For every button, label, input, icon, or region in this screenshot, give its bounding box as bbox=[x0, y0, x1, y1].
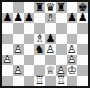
square-a6[interactable] bbox=[2, 23, 13, 34]
chess-board: ♜♛♜♚♟♟♟♝♗♟♟♝♗♟♟♙♞♟♙♟♙♟♙♟♙♟♙♛♕♟♙♚♔♜♖♜♖ bbox=[0, 0, 90, 88]
square-b4[interactable]: ♟♙ bbox=[13, 44, 24, 55]
black-pawn-icon: ♟ bbox=[2, 13, 13, 24]
white-piece-fill: ♝ bbox=[34, 34, 45, 45]
square-h4[interactable] bbox=[77, 44, 88, 55]
square-c8[interactable] bbox=[24, 2, 35, 13]
white-piece-fill: ♟ bbox=[13, 44, 24, 55]
square-e7[interactable]: ♝♗ bbox=[45, 13, 56, 24]
square-e3[interactable] bbox=[45, 55, 56, 66]
square-c2[interactable] bbox=[24, 65, 35, 76]
white-pawn-icon: ♙ bbox=[56, 65, 67, 76]
square-g1[interactable] bbox=[67, 76, 78, 87]
black-rook-icon: ♜ bbox=[34, 2, 45, 13]
square-b8[interactable] bbox=[13, 2, 24, 13]
square-h3[interactable] bbox=[77, 55, 88, 66]
white-pawn-icon: ♙ bbox=[13, 65, 24, 76]
square-g6[interactable] bbox=[67, 23, 78, 34]
square-g5[interactable] bbox=[67, 34, 78, 45]
white-piece-fill: ♜ bbox=[34, 76, 45, 87]
square-e6[interactable] bbox=[45, 23, 56, 34]
square-g4[interactable]: ♟♙ bbox=[67, 44, 78, 55]
square-h7[interactable]: ♟ bbox=[77, 13, 88, 24]
square-c4[interactable] bbox=[24, 44, 35, 55]
white-piece-fill: ♟ bbox=[45, 44, 56, 55]
square-h8[interactable]: ♚ bbox=[77, 2, 88, 13]
white-piece-fill: ♝ bbox=[45, 13, 56, 24]
square-g8[interactable] bbox=[67, 2, 78, 13]
square-b3[interactable] bbox=[13, 55, 24, 66]
square-a4[interactable] bbox=[2, 44, 13, 55]
white-piece-fill: ♚ bbox=[67, 65, 78, 76]
white-pawn-icon: ♙ bbox=[67, 55, 78, 66]
square-a3[interactable]: ♟♙ bbox=[2, 55, 13, 66]
square-d1[interactable]: ♜♖ bbox=[34, 76, 45, 87]
square-h6[interactable] bbox=[77, 23, 88, 34]
square-c3[interactable] bbox=[24, 55, 35, 66]
square-a5[interactable] bbox=[2, 34, 13, 45]
square-g3[interactable]: ♟♙ bbox=[67, 55, 78, 66]
black-pawn-icon: ♟ bbox=[67, 13, 78, 24]
square-d8[interactable]: ♜ bbox=[34, 2, 45, 13]
white-pawn-icon: ♙ bbox=[2, 55, 13, 66]
square-f6[interactable] bbox=[56, 23, 67, 34]
square-f2[interactable]: ♟♙ bbox=[56, 65, 67, 76]
white-bishop-icon: ♗ bbox=[34, 34, 45, 45]
square-c1[interactable] bbox=[24, 76, 35, 87]
square-e5[interactable]: ♟ bbox=[45, 34, 56, 45]
square-f5[interactable] bbox=[56, 34, 67, 45]
square-b7[interactable]: ♟ bbox=[13, 13, 24, 24]
square-f1[interactable]: ♜♖ bbox=[56, 76, 67, 87]
black-pawn-icon: ♟ bbox=[13, 13, 24, 24]
square-b1[interactable] bbox=[13, 76, 24, 87]
black-pawn-icon: ♟ bbox=[24, 13, 35, 24]
white-rook-icon: ♖ bbox=[56, 76, 67, 87]
square-b6[interactable] bbox=[13, 23, 24, 34]
square-f8[interactable]: ♜ bbox=[56, 2, 67, 13]
square-e2[interactable]: ♛♕ bbox=[45, 65, 56, 76]
square-c7[interactable]: ♟ bbox=[24, 13, 35, 24]
square-c6[interactable] bbox=[24, 23, 35, 34]
square-a1[interactable] bbox=[2, 76, 13, 87]
square-a7[interactable]: ♟ bbox=[2, 13, 13, 24]
square-f4[interactable] bbox=[56, 44, 67, 55]
square-f7[interactable] bbox=[56, 13, 67, 24]
black-pawn-icon: ♟ bbox=[45, 34, 56, 45]
square-h5[interactable] bbox=[77, 34, 88, 45]
square-b5[interactable] bbox=[13, 34, 24, 45]
black-knight-icon: ♞ bbox=[34, 44, 45, 55]
white-piece-fill: ♛ bbox=[45, 65, 56, 76]
black-rook-icon: ♜ bbox=[56, 2, 67, 13]
square-b2[interactable]: ♟♙ bbox=[13, 65, 24, 76]
black-king-icon: ♚ bbox=[77, 2, 88, 13]
white-piece-fill: ♜ bbox=[56, 76, 67, 87]
square-e8[interactable]: ♛ bbox=[45, 2, 56, 13]
white-piece-fill: ♟ bbox=[67, 44, 78, 55]
square-e4[interactable]: ♟♙ bbox=[45, 44, 56, 55]
white-pawn-icon: ♙ bbox=[67, 44, 78, 55]
square-f3[interactable] bbox=[56, 55, 67, 66]
white-bishop-icon: ♗ bbox=[45, 13, 56, 24]
white-piece-fill: ♟ bbox=[56, 65, 67, 76]
white-rook-icon: ♖ bbox=[34, 76, 45, 87]
white-king-icon: ♔ bbox=[67, 65, 78, 76]
square-d3[interactable] bbox=[34, 55, 45, 66]
white-piece-fill: ♟ bbox=[13, 65, 24, 76]
square-h2[interactable] bbox=[77, 65, 88, 76]
square-d2[interactable] bbox=[34, 65, 45, 76]
square-e1[interactable] bbox=[45, 76, 56, 87]
white-piece-fill: ♟ bbox=[2, 55, 13, 66]
white-queen-icon: ♕ bbox=[45, 65, 56, 76]
white-pawn-icon: ♙ bbox=[13, 44, 24, 55]
square-a8[interactable] bbox=[2, 2, 13, 13]
square-g2[interactable]: ♚♔ bbox=[67, 65, 78, 76]
square-d7[interactable] bbox=[34, 13, 45, 24]
square-d4[interactable]: ♞ bbox=[34, 44, 45, 55]
square-d5[interactable]: ♝♗ bbox=[34, 34, 45, 45]
black-pawn-icon: ♟ bbox=[77, 13, 88, 24]
square-d6[interactable] bbox=[34, 23, 45, 34]
square-g7[interactable]: ♟ bbox=[67, 13, 78, 24]
square-a2[interactable] bbox=[2, 65, 13, 76]
white-piece-fill: ♟ bbox=[67, 55, 78, 66]
black-queen-icon: ♛ bbox=[45, 2, 56, 13]
square-c5[interactable] bbox=[24, 34, 35, 45]
white-pawn-icon: ♙ bbox=[45, 44, 56, 55]
square-h1[interactable] bbox=[77, 76, 88, 87]
